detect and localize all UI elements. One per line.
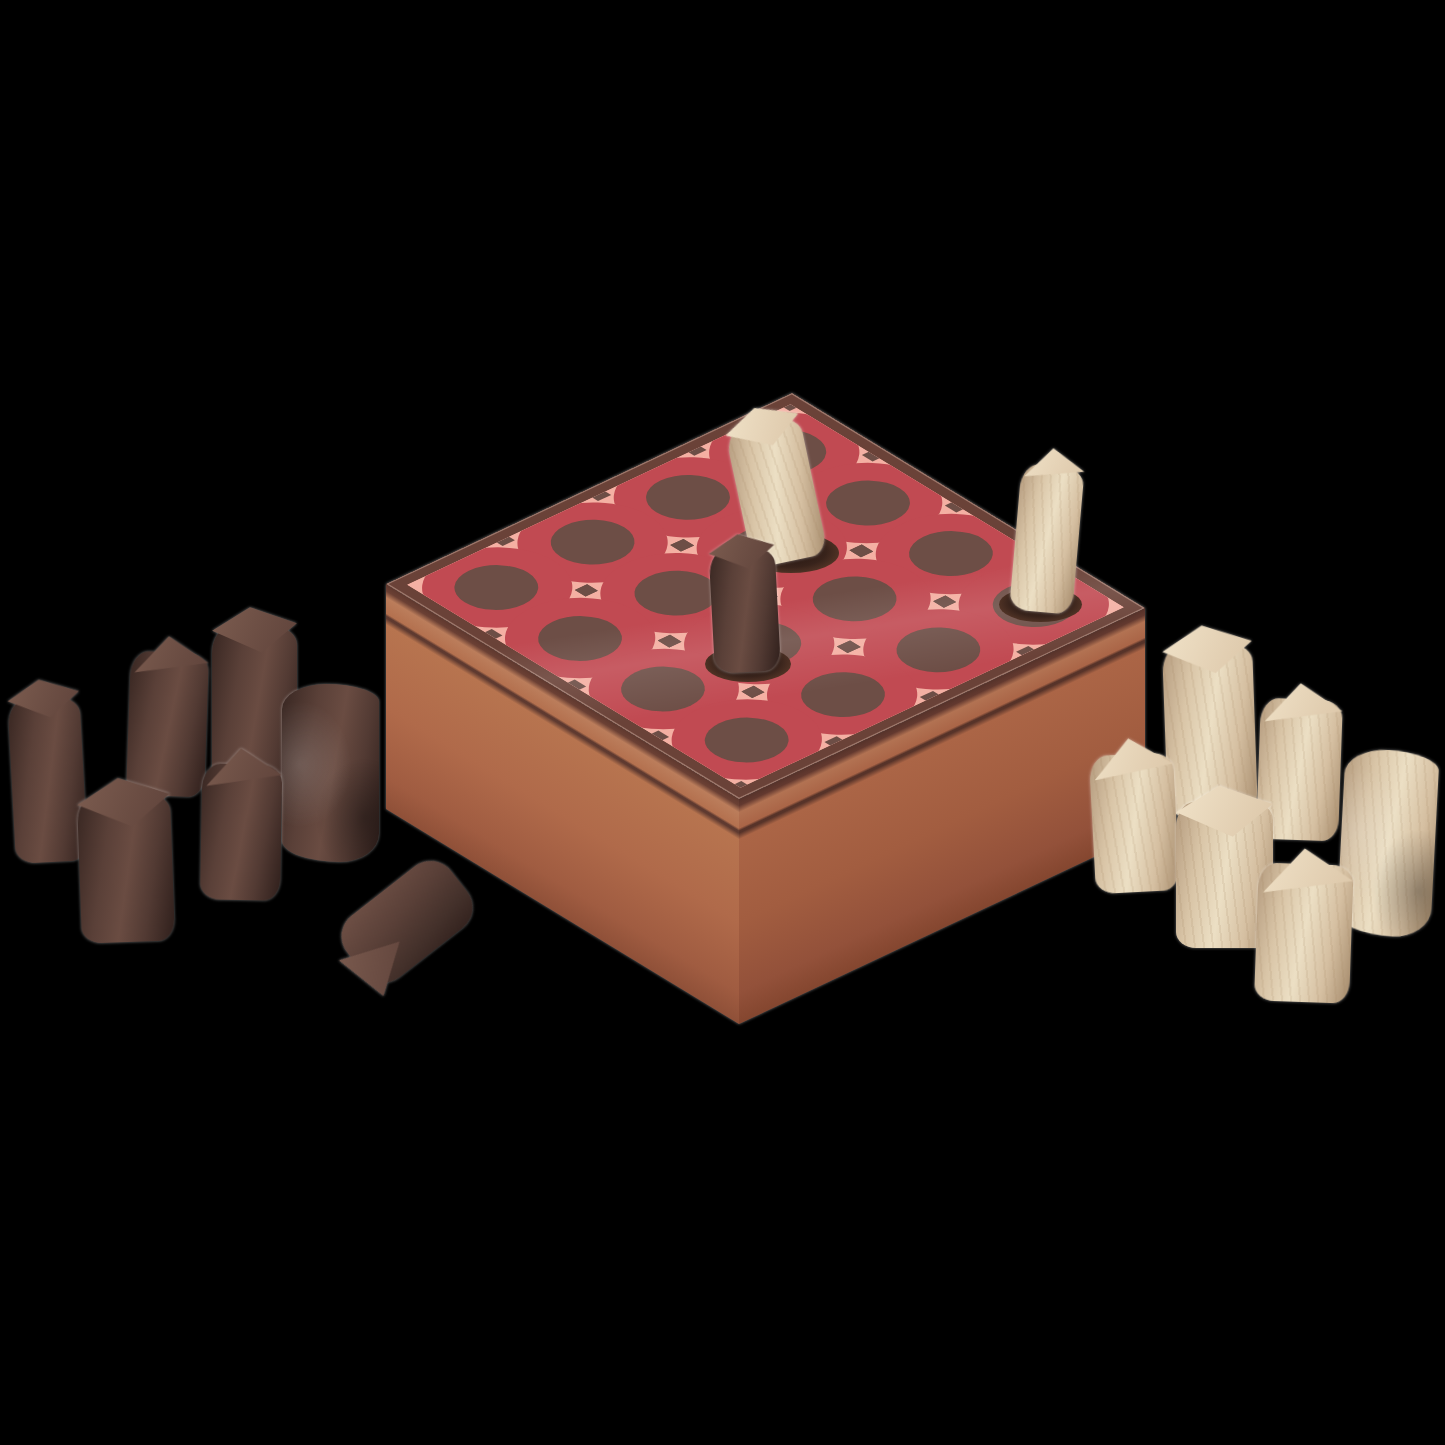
peg-light-r0c3[interactable]	[1009, 448, 1086, 615]
peg-dark-r2c2[interactable]	[708, 534, 781, 673]
dark-piece-2[interactable]	[126, 637, 209, 798]
scene	[0, 0, 1445, 1445]
dark-piece-6[interactable]	[200, 749, 283, 900]
dark-piece-5[interactable]	[76, 778, 175, 943]
dark-piece-4-body	[282, 684, 379, 862]
light-piece-5[interactable]	[1254, 848, 1354, 1003]
dark-piece-1-body	[7, 697, 87, 864]
dark-piece-2-body	[126, 651, 209, 797]
peg-light-r0c3-body	[1009, 462, 1085, 614]
light-piece-3[interactable]	[1088, 738, 1180, 894]
dark-piece-4[interactable]	[282, 666, 379, 862]
dark-piece-1[interactable]	[7, 680, 88, 864]
